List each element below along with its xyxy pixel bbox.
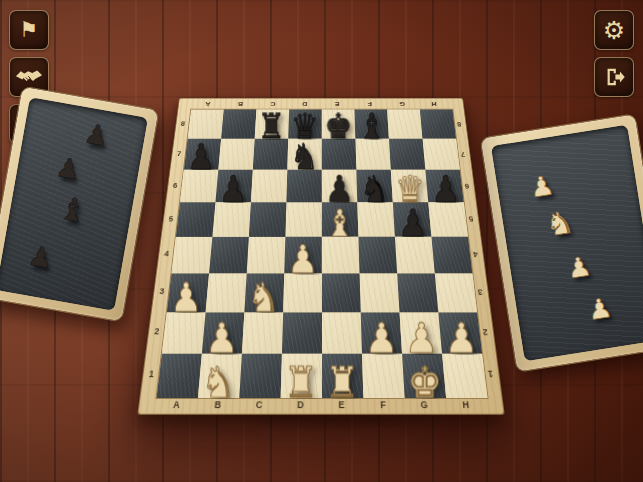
square-b8[interactable] [221, 110, 256, 139]
file-label-g: G [385, 99, 418, 109]
square-e3[interactable] [322, 273, 361, 312]
captured-piece-black-pawn: ♟ [54, 153, 83, 184]
file-label-f: F [362, 397, 404, 413]
file-label-d: D [289, 99, 321, 109]
square-h5[interactable] [428, 202, 468, 237]
file-label-g: G [403, 397, 445, 413]
square-g3[interactable] [397, 273, 438, 312]
captured-piece-black-pawn: ♟ [26, 241, 55, 272]
square-d7[interactable]: ♞ [287, 139, 321, 170]
square-c7[interactable] [253, 139, 288, 170]
square-e2[interactable] [322, 312, 362, 353]
square-h4[interactable] [431, 237, 472, 274]
square-b5[interactable] [212, 202, 251, 237]
captured-black-tray: ♟♟♝♟ [0, 85, 160, 322]
file-label-a: A [155, 397, 198, 413]
file-labels-top: ABCDEFGH [191, 99, 451, 109]
square-b3[interactable] [206, 273, 247, 312]
square-a2[interactable] [162, 312, 206, 353]
square-c3[interactable]: ♞ [244, 273, 284, 312]
gear-icon: ⚙ [603, 16, 625, 45]
square-c6[interactable] [251, 170, 287, 203]
square-b6[interactable]: ♟ [215, 170, 252, 203]
captured-piece-white-knight: ♞ [544, 206, 576, 241]
square-e1[interactable]: ♜ [322, 354, 363, 398]
square-g8[interactable] [387, 110, 422, 139]
square-h1[interactable] [442, 354, 487, 398]
square-b7[interactable] [218, 139, 254, 170]
piece-black-pawn-g5[interactable]: ♟ [398, 204, 428, 242]
square-d6[interactable] [286, 170, 321, 203]
square-e5[interactable]: ♝ [322, 202, 359, 237]
rank-label-8: 8 [452, 110, 467, 139]
square-d8[interactable]: ♛ [288, 110, 322, 139]
piece-white-knight-c3[interactable]: ♞ [248, 278, 280, 318]
file-label-e: E [321, 397, 363, 413]
square-f5[interactable] [357, 202, 395, 237]
board-perspective-wrap: ABCDEFGH ABCDEFGH 87654321 87654321 ♜♛♚♝… [161, 56, 481, 416]
file-label-c: C [238, 397, 280, 413]
square-d1[interactable]: ♜ [281, 354, 322, 398]
file-label-d: D [279, 397, 321, 413]
board-grid: ♜♛♚♝♟♞♟♟♞♛♟♝♟♟♟♞♟♟♟♟♞♜♜♚ [157, 110, 488, 398]
square-c8[interactable]: ♜ [255, 110, 289, 139]
square-h7[interactable] [423, 139, 460, 170]
square-h6[interactable]: ♟ [425, 170, 463, 203]
captured-piece-black-bishop: ♝ [57, 192, 90, 227]
square-c1[interactable] [239, 354, 282, 398]
handshake-icon [15, 68, 43, 86]
rank-label-7: 7 [455, 139, 470, 170]
square-a6[interactable] [180, 170, 218, 203]
resign-flag-button[interactable]: ⚑ [9, 10, 49, 50]
piece-white-rook-d1[interactable]: ♜ [284, 361, 318, 404]
piece-white-bishop-e5[interactable]: ♝ [325, 204, 355, 242]
captured-piece-white-pawn: ♟ [586, 293, 614, 323]
square-a3[interactable]: ♟ [167, 273, 209, 312]
square-f7[interactable] [355, 139, 390, 170]
piece-white-rook-e1[interactable]: ♜ [325, 361, 359, 404]
square-a8[interactable] [188, 110, 224, 139]
square-a1[interactable] [157, 354, 202, 398]
square-g5[interactable]: ♟ [393, 202, 432, 237]
square-f3[interactable] [360, 273, 400, 312]
captured-piece-black-pawn: ♟ [82, 119, 111, 150]
captured-piece-white-pawn: ♟ [565, 252, 593, 282]
square-d4[interactable]: ♟ [284, 237, 322, 274]
square-e6[interactable]: ♟ [322, 170, 358, 203]
square-f4[interactable] [358, 237, 397, 274]
piece-white-king-g1[interactable]: ♚ [408, 361, 442, 404]
square-g2[interactable]: ♟ [400, 312, 443, 353]
square-b1[interactable]: ♞ [198, 354, 242, 398]
file-label-b: B [224, 99, 257, 109]
square-c5[interactable] [249, 202, 287, 237]
square-a4[interactable] [171, 237, 212, 274]
board-3d: ABCDEFGH ABCDEFGH 87654321 87654321 ♜♛♚♝… [137, 98, 505, 415]
piece-white-pawn-a3[interactable]: ♟ [170, 278, 202, 318]
square-e4[interactable] [322, 237, 360, 274]
square-c4[interactable] [247, 237, 286, 274]
square-e7[interactable] [322, 139, 357, 170]
exit-icon [603, 66, 625, 88]
board-frame: ABCDEFGH ABCDEFGH 87654321 87654321 ♜♛♚♝… [137, 98, 505, 415]
square-f2[interactable]: ♟ [361, 312, 402, 353]
tray-felt: ♟♞♟♟ [491, 125, 643, 362]
square-f1[interactable] [362, 354, 405, 398]
file-label-c: C [256, 99, 289, 109]
flag-icon: ⚑ [20, 18, 39, 42]
square-e8[interactable]: ♚ [322, 110, 356, 139]
rank-label-6: 6 [459, 169, 475, 201]
file-labels-bottom: ABCDEFGH [155, 397, 487, 413]
square-b2[interactable]: ♟ [202, 312, 244, 353]
square-h2[interactable]: ♟ [438, 312, 482, 353]
piece-white-knight-b1[interactable]: ♞ [202, 361, 236, 404]
square-a7[interactable]: ♟ [184, 139, 221, 170]
settings-button[interactable]: ⚙ [594, 10, 634, 50]
file-label-a: A [191, 99, 224, 109]
square-d2[interactable] [282, 312, 322, 353]
square-h3[interactable] [435, 273, 477, 312]
square-g4[interactable] [395, 237, 435, 274]
square-c2[interactable] [242, 312, 283, 353]
square-g6[interactable]: ♛ [391, 170, 428, 203]
exit-button[interactable] [594, 57, 634, 97]
square-d5[interactable] [285, 202, 322, 237]
square-b4[interactable] [209, 237, 249, 274]
file-label-b: B [196, 397, 238, 413]
square-f6[interactable]: ♞ [356, 170, 392, 203]
square-g1[interactable]: ♚ [402, 354, 446, 398]
square-g7[interactable] [389, 139, 425, 170]
square-h8[interactable] [420, 110, 456, 139]
square-f8[interactable]: ♝ [354, 110, 388, 139]
file-label-h: H [444, 397, 487, 413]
file-label-e: E [321, 99, 353, 109]
captured-piece-white-pawn: ♟ [528, 171, 556, 201]
tray-felt: ♟♟♝♟ [0, 97, 148, 311]
file-label-h: H [418, 99, 451, 109]
square-a5[interactable] [176, 202, 216, 237]
square-d3[interactable] [283, 273, 322, 312]
piece-white-pawn-d4[interactable]: ♟ [288, 240, 319, 279]
file-label-f: F [353, 99, 386, 109]
